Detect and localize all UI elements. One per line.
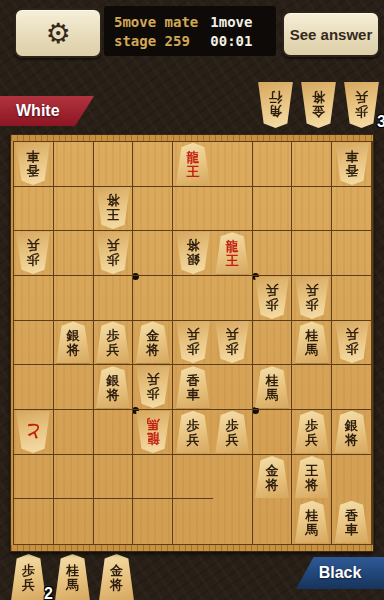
piece-white-bishop[interactable]: 角行 (257, 82, 294, 128)
board-cell[interactable] (332, 276, 372, 321)
board-cell[interactable]: 歩兵 (94, 321, 134, 366)
piece-black-pawn[interactable]: 歩兵 (175, 411, 211, 453)
board-cell[interactable] (253, 499, 293, 544)
board-cell[interactable]: 王将 (94, 187, 134, 232)
piece-kanji: 将 (110, 578, 123, 591)
piece-kanji: 龍 (146, 432, 159, 445)
piece-kanji: 金 (110, 564, 123, 577)
board-cell[interactable]: 香車 (332, 142, 372, 187)
piece-white-pawn[interactable]: 歩兵 (135, 366, 171, 408)
piece-kanji: 将 (305, 478, 318, 491)
captured-count: 3 (377, 113, 384, 131)
piece-black-gold[interactable]: 金将 (254, 456, 290, 498)
piece-black-lance[interactable]: 香車 (175, 366, 211, 408)
piece-kanji: 桂 (305, 329, 318, 342)
piece-kanji: 金 (266, 464, 279, 477)
board-cell[interactable]: 香車 (14, 142, 54, 187)
piece-kanji: 角 (269, 105, 282, 118)
piece-black-knight[interactable]: 桂馬 (294, 501, 330, 543)
see-answer-label: See answer (290, 26, 373, 43)
piece-kanji: 歩 (186, 419, 199, 432)
piece-black-knight[interactable]: 桂馬 (254, 366, 290, 408)
board-cell[interactable] (133, 187, 173, 232)
board-cell[interactable] (213, 499, 253, 544)
board-cell[interactable]: 歩兵 (253, 276, 293, 321)
board-cell[interactable]: 桂馬 (253, 365, 293, 410)
piece-kanji: 兵 (226, 433, 239, 446)
piece-kanji: 桂 (266, 374, 279, 387)
piece-kanji: 王 (305, 464, 318, 477)
board-cell[interactable]: 龍馬 (133, 410, 173, 455)
board-cell[interactable] (54, 187, 94, 232)
board-cell[interactable]: 歩兵 (173, 410, 213, 455)
board-cell[interactable]: と (14, 410, 54, 455)
piece-black-silver[interactable]: 銀将 (95, 366, 131, 408)
piece-kanji: 歩 (345, 342, 358, 355)
piece-white-gold[interactable]: 金将 (300, 82, 337, 128)
black-captured-tray: 歩兵2桂馬金将 (10, 554, 135, 600)
board-cell[interactable] (213, 365, 253, 410)
board-cell[interactable] (54, 276, 94, 321)
piece-kanji: 兵 (146, 373, 159, 386)
board-cell[interactable] (173, 499, 213, 544)
piece-kanji: 王 (226, 254, 239, 267)
piece-kanji: 将 (146, 343, 159, 356)
board-cell[interactable]: 香車 (173, 365, 213, 410)
piece-kanji: 歩 (226, 419, 239, 432)
piece-kanji: 銀 (106, 374, 119, 387)
board-cell[interactable]: 銀将 (54, 321, 94, 366)
piece-kanji: 馬 (266, 388, 279, 401)
board-cell[interactable]: 金将 (133, 321, 173, 366)
board-cell[interactable] (253, 187, 293, 232)
piece-white-pawn[interactable]: 歩兵 (15, 232, 51, 274)
settings-button[interactable]: ⚙ (14, 8, 102, 58)
board-cell[interactable] (133, 499, 173, 544)
piece-kanji: 兵 (305, 284, 318, 297)
board-cell[interactable] (292, 187, 332, 232)
board-cell[interactable] (133, 455, 173, 500)
piece-kanji: 兵 (22, 578, 35, 591)
white-player-ribbon: White (0, 96, 94, 126)
board-cell[interactable]: 歩兵 (332, 321, 372, 366)
board-cell[interactable] (94, 276, 134, 321)
board-cell[interactable] (253, 321, 293, 366)
board-cell[interactable] (253, 410, 293, 455)
piece-black-silver[interactable]: 銀将 (334, 411, 370, 453)
piece-kanji: 兵 (226, 328, 239, 341)
piece-kanji: 歩 (266, 298, 279, 311)
board-cell[interactable] (173, 455, 213, 500)
board-cell[interactable]: 銀将 (94, 365, 134, 410)
board-cell[interactable] (14, 455, 54, 500)
board-cell[interactable]: 桂馬 (292, 321, 332, 366)
piece-kanji: 車 (27, 150, 40, 163)
board-cell[interactable] (94, 499, 134, 544)
piece-kanji: 歩 (226, 342, 239, 355)
piece-kanji: 桂 (66, 564, 79, 577)
piece-kanji: 金 (312, 105, 325, 118)
piece-kanji: 銀 (186, 253, 199, 266)
board-cell[interactable] (332, 365, 372, 410)
piece-kanji: 将 (106, 388, 119, 401)
black-label: Black (319, 564, 362, 582)
board-cell[interactable] (332, 455, 372, 500)
timer: 00:01 (210, 33, 252, 49)
board-cell[interactable] (173, 187, 213, 232)
board-cell[interactable] (94, 410, 134, 455)
piece-kanji: 兵 (305, 433, 318, 446)
board-cell[interactable] (213, 142, 253, 187)
board-cell[interactable]: 銀将 (173, 231, 213, 276)
piece-black-pawn[interactable]: 歩兵 (95, 321, 131, 363)
piece-kanji: 香 (345, 509, 358, 522)
piece-black-knight[interactable]: 桂馬 (294, 321, 330, 363)
piece-black-king[interactable]: 王将 (294, 456, 330, 498)
piece-kanji: 兵 (355, 91, 368, 104)
board-cell[interactable] (94, 455, 134, 500)
piece-white-silver[interactable]: 銀将 (175, 232, 211, 274)
board-cell[interactable] (133, 231, 173, 276)
puzzle-mode-label: 5move mate (114, 14, 198, 30)
piece-kanji: 兵 (106, 343, 119, 356)
piece-white-pawn[interactable]: 歩兵 (95, 232, 131, 274)
white-label: White (16, 102, 60, 120)
piece-kanji: 銀 (67, 329, 80, 342)
piece-kanji: 将 (266, 478, 279, 491)
piece-kanji: 金 (146, 329, 159, 342)
piece-kanji: 王 (186, 165, 199, 178)
board-cell[interactable]: 銀将 (332, 410, 372, 455)
board-cell[interactable] (253, 231, 293, 276)
piece-kanji: 王 (106, 208, 119, 221)
piece-kanji: 兵 (186, 433, 199, 446)
board-cell[interactable] (14, 276, 54, 321)
board-cell[interactable] (213, 187, 253, 232)
piece-white-king[interactable]: 王将 (95, 187, 131, 229)
piece-kanji: 車 (345, 523, 358, 536)
piece-white-pawn[interactable]: 歩兵 (294, 277, 330, 319)
board-cell[interactable] (213, 455, 253, 500)
piece-kanji: 歩 (305, 298, 318, 311)
piece-white-pawn[interactable]: 歩兵 (334, 321, 370, 363)
board-cell[interactable]: 王将 (292, 455, 332, 500)
board-cell[interactable] (54, 499, 94, 544)
shogi-board: 香車龍王香車王将歩兵歩兵銀将龍王歩兵歩兵銀将歩兵金将歩兵歩兵桂馬歩兵銀将歩兵香車… (10, 134, 374, 552)
board-cell[interactable] (54, 365, 94, 410)
piece-kanji: 馬 (305, 343, 318, 356)
piece-black-knight[interactable]: 桂馬 (54, 554, 91, 600)
piece-kanji: 将 (106, 194, 119, 207)
piece-kanji: 馬 (66, 578, 79, 591)
piece-black-gold[interactable]: 金将 (135, 321, 171, 363)
piece-black-gold[interactable]: 金将 (98, 554, 135, 600)
board-cell[interactable] (253, 142, 293, 187)
board-cell[interactable]: 龍王 (173, 142, 213, 187)
board-cell[interactable] (133, 276, 173, 321)
piece-white-lance[interactable]: 香車 (334, 143, 370, 185)
piece-kanji: 将 (186, 239, 199, 252)
move-counter: 1move (210, 14, 252, 30)
piece-white-pawn[interactable]: 歩兵 (254, 277, 290, 319)
board-cell[interactable] (133, 142, 173, 187)
board-cell[interactable] (14, 499, 54, 544)
piece-kanji: 香 (345, 164, 358, 177)
board-cell[interactable] (332, 187, 372, 232)
captured-piece-slot: 金将 (98, 554, 135, 600)
see-answer-button[interactable]: See answer (282, 11, 380, 57)
captured-piece-slot: 歩兵3 (343, 82, 380, 128)
stage-label: stage 259 (114, 33, 198, 49)
board-cell[interactable]: 歩兵 (292, 410, 332, 455)
piece-black-silver[interactable]: 銀将 (55, 321, 91, 363)
board-cell[interactable] (14, 321, 54, 366)
board-cell[interactable] (94, 142, 134, 187)
piece-kanji: 馬 (146, 418, 159, 431)
piece-kanji: 車 (345, 150, 358, 163)
piece-kanji: 歩 (106, 253, 119, 266)
piece-kanji: 歩 (186, 342, 199, 355)
board-cell[interactable]: 歩兵 (133, 365, 173, 410)
gear-icon: ⚙ (45, 17, 70, 50)
piece-black-pawn[interactable]: 歩兵 (294, 411, 330, 453)
piece-white-pawn[interactable]: 歩兵 (175, 321, 211, 363)
board-cell[interactable] (332, 231, 372, 276)
board-cell[interactable]: 歩兵 (173, 321, 213, 366)
board-cell[interactable] (292, 142, 332, 187)
board-cell[interactable]: 桂馬 (292, 499, 332, 544)
piece-kanji: 歩 (106, 329, 119, 342)
captured-piece-slot: 歩兵2 (10, 554, 47, 600)
board-cell[interactable]: 金将 (253, 455, 293, 500)
piece-kanji: 兵 (106, 239, 119, 252)
piece-kanji: 行 (269, 91, 282, 104)
board-cell[interactable] (213, 276, 253, 321)
black-player-ribbon: Black (296, 557, 384, 589)
board-cell[interactable]: 歩兵 (213, 410, 253, 455)
board-cell[interactable] (14, 187, 54, 232)
board-cell[interactable]: 香車 (332, 499, 372, 544)
piece-black-dragon-king[interactable]: 龍王 (175, 143, 211, 185)
board-cell[interactable] (173, 276, 213, 321)
piece-kanji: 将 (345, 433, 358, 446)
piece-kanji: 龍 (226, 240, 239, 253)
board-cell[interactable]: 歩兵 (94, 231, 134, 276)
piece-kanji: 将 (67, 343, 80, 356)
board-cell[interactable] (54, 410, 94, 455)
piece-kanji: 馬 (305, 523, 318, 536)
captured-piece-slot: 桂馬 (54, 554, 91, 600)
board-cell[interactable]: 歩兵 (292, 276, 332, 321)
white-captured-tray: 角行金将歩兵3 (257, 82, 380, 128)
piece-kanji: 桂 (305, 509, 318, 522)
piece-white-dragon-horse[interactable]: 龍馬 (135, 411, 171, 453)
piece-kanji: 車 (186, 388, 199, 401)
piece-kanji: 歩 (22, 564, 35, 577)
piece-black-dragon-king[interactable]: 龍王 (214, 232, 250, 274)
board-cell[interactable] (54, 142, 94, 187)
piece-kanji: 兵 (186, 328, 199, 341)
piece-kanji: 歩 (146, 387, 159, 400)
board-cell[interactable] (292, 365, 332, 410)
piece-black-pawn[interactable]: 歩兵 (10, 554, 47, 600)
piece-kanji: 歩 (305, 419, 318, 432)
captured-piece-slot: 角行 (257, 82, 294, 128)
board-cell[interactable]: 歩兵 (14, 231, 54, 276)
piece-kanji: 歩 (355, 105, 368, 118)
board-cell[interactable] (14, 365, 54, 410)
board-cell[interactable] (54, 231, 94, 276)
board-grid: 香車龍王香車王将歩兵歩兵銀将龍王歩兵歩兵銀将歩兵金将歩兵歩兵桂馬歩兵銀将歩兵香車… (13, 141, 373, 545)
piece-white-pawn[interactable]: 歩兵 (214, 321, 250, 363)
piece-white-lance[interactable]: 香車 (15, 143, 51, 185)
piece-kanji: 兵 (345, 328, 358, 341)
piece-white-pawn[interactable]: 歩兵 (343, 82, 380, 128)
board-cell[interactable]: 歩兵 (213, 321, 253, 366)
piece-kanji: 兵 (266, 284, 279, 297)
piece-kanji: と (25, 422, 42, 440)
captured-piece-slot: 金将 (300, 82, 337, 128)
piece-kanji: 兵 (27, 239, 40, 252)
puzzle-info-panel: 5move mate stage 259 1move 00:01 (104, 6, 276, 56)
piece-kanji: 将 (312, 91, 325, 104)
piece-kanji: 龍 (186, 151, 199, 164)
board-cell[interactable] (54, 455, 94, 500)
piece-black-pawn[interactable]: 歩兵 (214, 411, 250, 453)
piece-black-lance[interactable]: 香車 (334, 501, 370, 543)
piece-kanji: 歩 (27, 253, 40, 266)
board-cell[interactable] (292, 231, 332, 276)
piece-kanji: 香 (186, 374, 199, 387)
piece-white-tokin[interactable]: と (15, 411, 51, 453)
piece-kanji: 香 (27, 164, 40, 177)
board-cell[interactable]: 龍王 (213, 231, 253, 276)
piece-kanji: 銀 (345, 419, 358, 432)
